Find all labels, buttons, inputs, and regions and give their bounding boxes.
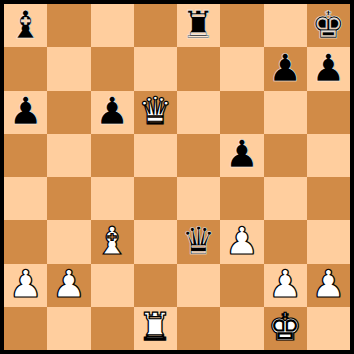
square-a7[interactable] xyxy=(4,47,47,90)
square-h5[interactable] xyxy=(307,134,350,177)
piece-white-king[interactable]: ♚ xyxy=(268,308,302,346)
square-f5[interactable]: ♟ xyxy=(220,134,263,177)
square-a3[interactable] xyxy=(4,220,47,263)
square-e3[interactable]: ♛ xyxy=(177,220,220,263)
piece-white-bishop[interactable]: ♝ xyxy=(95,222,129,260)
square-e5[interactable] xyxy=(177,134,220,177)
square-h8[interactable]: ♚ xyxy=(307,4,350,47)
piece-black-pawn[interactable]: ♟ xyxy=(311,49,345,87)
square-f2[interactable] xyxy=(220,264,263,307)
square-c1[interactable] xyxy=(91,307,134,350)
square-e7[interactable] xyxy=(177,47,220,90)
square-h7[interactable]: ♟ xyxy=(307,47,350,90)
square-d5[interactable] xyxy=(134,134,177,177)
square-d8[interactable] xyxy=(134,4,177,47)
square-d4[interactable] xyxy=(134,177,177,220)
square-f3[interactable]: ♟ xyxy=(220,220,263,263)
square-h4[interactable] xyxy=(307,177,350,220)
piece-black-pawn[interactable]: ♟ xyxy=(95,92,129,130)
piece-white-pawn[interactable]: ♟ xyxy=(268,265,302,303)
square-c7[interactable] xyxy=(91,47,134,90)
square-a6[interactable]: ♟ xyxy=(4,91,47,134)
square-d3[interactable] xyxy=(134,220,177,263)
square-h6[interactable] xyxy=(307,91,350,134)
square-e8[interactable]: ♜ xyxy=(177,4,220,47)
piece-white-pawn[interactable]: ♟ xyxy=(52,265,86,303)
square-a8[interactable]: ♝ xyxy=(4,4,47,47)
square-c8[interactable] xyxy=(91,4,134,47)
square-d7[interactable] xyxy=(134,47,177,90)
square-e6[interactable] xyxy=(177,91,220,134)
piece-black-rook[interactable]: ♜ xyxy=(182,6,216,44)
square-g5[interactable] xyxy=(264,134,307,177)
square-b5[interactable] xyxy=(47,134,90,177)
square-a4[interactable] xyxy=(4,177,47,220)
square-g3[interactable] xyxy=(264,220,307,263)
square-b2[interactable]: ♟ xyxy=(47,264,90,307)
piece-black-king[interactable]: ♚ xyxy=(311,6,345,44)
square-a2[interactable]: ♟ xyxy=(4,264,47,307)
square-c4[interactable] xyxy=(91,177,134,220)
piece-black-pawn[interactable]: ♟ xyxy=(268,49,302,87)
square-d6[interactable]: ♛ xyxy=(134,91,177,134)
square-g6[interactable] xyxy=(264,91,307,134)
square-b1[interactable] xyxy=(47,307,90,350)
square-f6[interactable] xyxy=(220,91,263,134)
square-f4[interactable] xyxy=(220,177,263,220)
square-f7[interactable] xyxy=(220,47,263,90)
piece-black-queen[interactable]: ♛ xyxy=(182,222,216,260)
square-g4[interactable] xyxy=(264,177,307,220)
square-b7[interactable] xyxy=(47,47,90,90)
square-b8[interactable] xyxy=(47,4,90,47)
square-a5[interactable] xyxy=(4,134,47,177)
piece-black-bishop[interactable]: ♝ xyxy=(9,6,43,44)
board-frame: ♝♜♚♟♟♟♟♛♟♝♛♟♟♟♟♟♜♚ xyxy=(0,0,354,354)
square-h1[interactable] xyxy=(307,307,350,350)
square-g8[interactable] xyxy=(264,4,307,47)
square-g1[interactable]: ♚ xyxy=(264,307,307,350)
square-h2[interactable]: ♟ xyxy=(307,264,350,307)
piece-white-pawn[interactable]: ♟ xyxy=(225,222,259,260)
square-c6[interactable]: ♟ xyxy=(91,91,134,134)
square-e4[interactable] xyxy=(177,177,220,220)
square-d2[interactable] xyxy=(134,264,177,307)
square-e2[interactable] xyxy=(177,264,220,307)
square-c3[interactable]: ♝ xyxy=(91,220,134,263)
square-b4[interactable] xyxy=(47,177,90,220)
square-g2[interactable]: ♟ xyxy=(264,264,307,307)
square-f8[interactable] xyxy=(220,4,263,47)
square-a1[interactable] xyxy=(4,307,47,350)
piece-white-queen[interactable]: ♛ xyxy=(138,92,172,130)
piece-white-pawn[interactable]: ♟ xyxy=(9,265,43,303)
piece-black-pawn[interactable]: ♟ xyxy=(9,92,43,130)
square-g7[interactable]: ♟ xyxy=(264,47,307,90)
square-h3[interactable] xyxy=(307,220,350,263)
piece-white-rook[interactable]: ♜ xyxy=(138,308,172,346)
square-d1[interactable]: ♜ xyxy=(134,307,177,350)
chess-board: ♝♜♚♟♟♟♟♛♟♝♛♟♟♟♟♟♜♚ xyxy=(4,4,350,350)
square-f1[interactable] xyxy=(220,307,263,350)
square-e1[interactable] xyxy=(177,307,220,350)
square-b6[interactable] xyxy=(47,91,90,134)
piece-black-pawn[interactable]: ♟ xyxy=(225,135,259,173)
square-c2[interactable] xyxy=(91,264,134,307)
square-b3[interactable] xyxy=(47,220,90,263)
square-c5[interactable] xyxy=(91,134,134,177)
piece-white-pawn[interactable]: ♟ xyxy=(311,265,345,303)
